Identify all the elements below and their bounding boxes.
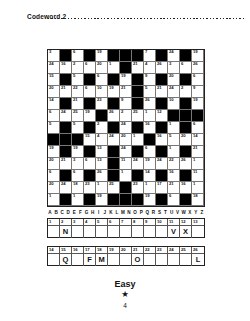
decoder-column: 14 [48, 247, 60, 266]
cell-clue-number: 24 [169, 50, 174, 54]
grid-cell[interactable]: 26 [108, 110, 120, 122]
cell-clue-number: 5 [49, 122, 51, 126]
black-cell [144, 134, 156, 146]
decoder-letter-cell[interactable] [156, 226, 167, 238]
decoder-letter-cell[interactable]: M [96, 254, 107, 266]
black-cell [120, 62, 132, 74]
grid-cell[interactable]: 24 [60, 182, 72, 194]
decoder-number: 21 [132, 247, 143, 254]
cell-clue-number: 5 [73, 122, 75, 126]
black-cell [108, 50, 120, 62]
cell-clue-number: 1 [97, 182, 99, 186]
black-cell [108, 122, 120, 134]
cell-clue-number: 14 [49, 98, 54, 102]
grid-cell[interactable]: 2 [96, 122, 108, 134]
decoder-letter-cell[interactable] [132, 226, 143, 238]
black-cell [156, 146, 168, 158]
cell-clue-number: 22 [73, 86, 78, 90]
grid-cell[interactable]: 19 [96, 50, 108, 62]
cell-clue-number: 23 [85, 182, 90, 186]
black-cell [132, 194, 144, 206]
grid-cell[interactable]: 14 [192, 134, 204, 146]
grid-cell[interactable]: 6 [192, 74, 204, 86]
grid-cell[interactable]: 24 [156, 158, 168, 170]
cell-clue-number: 24 [61, 182, 66, 186]
cell-clue-number: 20 [97, 62, 102, 66]
decoder-letter-cell[interactable] [144, 226, 155, 238]
cell-clue-number: 25 [109, 182, 114, 186]
cell-clue-number: 17 [157, 182, 162, 186]
decoder-number: 18 [96, 247, 107, 254]
grid-cell[interactable]: 9 [192, 86, 204, 98]
grid-cell[interactable]: 26 [180, 158, 192, 170]
decoder-column: 3 [72, 219, 84, 238]
grid-cell[interactable]: 1 [144, 182, 156, 194]
decoder-number: 2 [60, 219, 71, 226]
grid-cell[interactable]: 15 [48, 74, 60, 86]
grid-cell[interactable]: 19 [96, 194, 108, 206]
grid-cell[interactable]: 5 [48, 122, 60, 134]
decoder-letter-cell[interactable] [120, 226, 131, 238]
grid-cell[interactable]: 6 [192, 122, 204, 134]
black-cell [60, 134, 72, 146]
decoder-number: 6 [108, 219, 119, 226]
grid-cell[interactable]: 1 [168, 146, 180, 158]
cell-clue-number: 21 [157, 86, 162, 90]
black-cell [180, 194, 192, 206]
grid-cell[interactable]: 6 [84, 86, 96, 98]
cell-clue-number: 7 [145, 50, 147, 54]
cell-clue-number: 11 [193, 170, 197, 174]
cell-clue-number: 3 [73, 158, 75, 162]
grid-cell[interactable]: 25 [72, 110, 84, 122]
black-cell [132, 122, 144, 134]
grid-cell[interactable]: 21 [120, 86, 132, 98]
grid-cell[interactable]: 19 [120, 74, 132, 86]
grid-cell[interactable]: 24 [168, 50, 180, 62]
decoder-number: 14 [48, 247, 59, 254]
cell-clue-number: 21 [193, 146, 198, 150]
decoder-column: 4 [84, 219, 96, 238]
grid-cell[interactable]: 12 [156, 110, 168, 122]
cell-clue-number: 19 [85, 110, 90, 114]
grid-cell[interactable]: 23 [96, 98, 108, 110]
decoder-column: 25 [180, 247, 192, 266]
grid-cell[interactable]: 4 [144, 62, 156, 74]
black-cell [60, 74, 72, 86]
decoder-column: 9 [144, 219, 156, 238]
grid-cell[interactable]: 18 [192, 194, 204, 206]
decoder-column: 26L [192, 247, 204, 266]
cell-clue-number: 24 [133, 158, 138, 162]
decoder-letter-cell[interactable]: X [180, 226, 191, 238]
grid-cell[interactable]: 1 [192, 158, 204, 170]
grid-cell[interactable]: 13 [96, 158, 108, 170]
dotted-divider [48, 18, 246, 20]
decoder-letter-cell[interactable] [96, 226, 107, 238]
puzzle-page: Codeword 2 36197241924162620121426362615… [0, 0, 250, 321]
grid-cell[interactable]: 15 [84, 134, 96, 146]
grid-cell[interactable]: 26 [156, 62, 168, 74]
difficulty-star-icon: ★ [0, 289, 250, 299]
grid-cell[interactable]: 22 [72, 86, 84, 98]
grid-cell[interactable]: 6 [180, 62, 192, 74]
cell-clue-number: 3 [49, 50, 51, 54]
grid-cell[interactable]: 2 [180, 86, 192, 98]
grid-cell[interactable]: 6 [84, 62, 96, 74]
cell-clue-number: 1 [193, 158, 195, 162]
cell-clue-number: 6 [193, 122, 195, 126]
grid-cell[interactable]: 9 [120, 98, 132, 110]
cell-clue-number: 26 [193, 62, 198, 66]
grid-cell[interactable]: 1 [48, 194, 60, 206]
cell-clue-number: 24 [157, 158, 162, 162]
black-cell [132, 170, 144, 182]
decoder-letter-cell[interactable] [108, 254, 119, 266]
grid-cell[interactable]: 25 [108, 182, 120, 194]
grid-cell[interactable]: 20 [96, 62, 108, 74]
grid-cell[interactable]: 20 [48, 158, 60, 170]
black-cell [60, 98, 72, 110]
decoder-letter-cell[interactable]: V [168, 226, 179, 238]
codeword-grid: 3619724192416262012142636261556199206202… [47, 49, 205, 207]
grid-cell[interactable]: 1 [132, 134, 144, 146]
grid-cell[interactable]: 4 [96, 134, 108, 146]
cell-clue-number: 10 [169, 98, 174, 102]
decoder-column: 10 [156, 219, 168, 238]
decoder-letter-cell[interactable] [48, 254, 59, 266]
grid-cell[interactable]: 16 [60, 62, 72, 74]
decoder-number: 3 [72, 219, 83, 226]
cell-clue-number: 13 [97, 158, 102, 162]
cell-clue-number: 20 [181, 134, 186, 138]
cell-clue-number: 19 [121, 74, 126, 78]
decoder-letter-cell[interactable] [108, 226, 119, 238]
black-cell [96, 110, 108, 122]
decoder-number: 12 [180, 219, 191, 226]
decoder-letter-cell[interactable] [180, 254, 191, 266]
cell-clue-number: 24 [61, 110, 66, 114]
cell-clue-number: 19 [109, 86, 114, 90]
cell-clue-number: 1 [145, 110, 147, 114]
grid-cell[interactable]: 19 [48, 146, 60, 158]
cell-clue-number: 16 [61, 62, 66, 66]
black-cell [120, 194, 132, 206]
cell-clue-number: 19 [97, 194, 102, 198]
black-cell [84, 146, 96, 158]
decoder-number: 11 [168, 219, 179, 226]
cell-clue-number: 24 [49, 62, 54, 66]
cell-clue-number: 19 [97, 50, 102, 54]
cell-clue-number: 26 [109, 110, 114, 114]
grid-cell[interactable]: 24 [168, 86, 180, 98]
grid-cell[interactable]: 2 [120, 110, 132, 122]
grid-cell[interactable]: 21 [60, 86, 72, 98]
grid-cell[interactable]: 6 [96, 74, 108, 86]
black-cell [60, 146, 72, 158]
grid-cell[interactable]: 14 [144, 170, 156, 182]
grid-cell[interactable]: 1 [96, 182, 108, 194]
cell-clue-number: 20 [49, 158, 54, 162]
cell-clue-number: 19 [145, 158, 150, 162]
grid-cell[interactable]: 1 [120, 170, 132, 182]
decoder-letter-cell[interactable] [48, 226, 59, 238]
cell-clue-number: 21 [73, 98, 78, 102]
grid-cell[interactable]: 24 [48, 62, 60, 74]
decoder-number: 10 [156, 219, 167, 226]
cell-clue-number: 1 [145, 182, 147, 186]
grid-cell[interactable]: 23 [84, 182, 96, 194]
grid-cell[interactable]: 6 [84, 158, 96, 170]
decoder-letter-cell[interactable] [168, 254, 179, 266]
black-cell [48, 134, 60, 146]
cell-clue-number: 2 [73, 62, 75, 66]
black-cell [84, 98, 96, 110]
grid-cell[interactable]: 1 [108, 62, 120, 74]
cell-clue-number: 19 [193, 98, 198, 102]
grid-cell[interactable]: 1 [192, 182, 204, 194]
black-cell [132, 98, 144, 110]
grid-cell[interactable]: 16 [168, 170, 180, 182]
grid-cell[interactable]: 11 [192, 170, 204, 182]
grid-cell[interactable]: 19 [144, 194, 156, 206]
grid-cell[interactable]: 26 [192, 62, 204, 74]
grid-cell[interactable]: 6 [48, 170, 60, 182]
cell-clue-number: 13 [97, 146, 102, 150]
decoder-number: 24 [168, 247, 179, 254]
grid-cell[interactable]: 14 [48, 98, 60, 110]
black-cell [156, 98, 168, 110]
grid-cell[interactable]: 21 [168, 182, 180, 194]
alphabet-row: ABCDEFGHIJKLMNOPQRSTUVWXYZ [47, 209, 205, 217]
grid-cell[interactable]: 26 [96, 170, 108, 182]
cell-clue-number: 18 [193, 194, 198, 198]
grid-cell[interactable]: 2 [72, 62, 84, 74]
grid-cell[interactable]: 5 [72, 122, 84, 134]
decoder-letter-cell[interactable] [120, 254, 131, 266]
grid-cell[interactable]: 20 [180, 134, 192, 146]
grid-cell[interactable]: 6 [72, 170, 84, 182]
cell-clue-number: 3 [169, 62, 171, 66]
decoder-column: 6 [108, 219, 120, 238]
grid-cell[interactable]: 19 [192, 50, 204, 62]
grid-cell[interactable]: 21 [72, 98, 84, 110]
black-cell [108, 146, 120, 158]
decoder-letter-cell[interactable] [156, 254, 167, 266]
decoder-number: 8 [132, 219, 143, 226]
decoder-column: 24 [168, 247, 180, 266]
grid-cell[interactable]: 1 [168, 122, 180, 134]
decoder-letter-cell[interactable] [144, 254, 155, 266]
decoder-letter-cell[interactable] [192, 226, 204, 238]
black-cell [156, 170, 168, 182]
grid-cell[interactable]: 10 [96, 86, 108, 98]
grid-cell[interactable]: 24 [108, 134, 120, 146]
alphabet-letter: Z [199, 209, 205, 217]
grid-cell[interactable]: 21 [156, 86, 168, 98]
cell-clue-number: 2 [97, 122, 99, 126]
black-cell [156, 50, 168, 62]
decoder-number: 20 [120, 247, 131, 254]
cell-clue-number: 2 [121, 110, 123, 114]
decoder-column: 19 [108, 247, 120, 266]
cell-clue-number: 19 [49, 146, 54, 150]
cell-clue-number: 1 [109, 62, 111, 66]
cell-clue-number: 24 [121, 146, 126, 150]
grid-cell[interactable]: 21 [60, 158, 72, 170]
cell-clue-number: 6 [73, 170, 75, 174]
black-cell [132, 50, 144, 62]
grid-cell[interactable]: 18 [72, 182, 84, 194]
decoder-number: 19 [108, 247, 119, 254]
decoder-letter-cell[interactable]: O [132, 254, 143, 266]
decoder-number: 16 [72, 247, 83, 254]
decoder-letter-cell[interactable]: F [84, 254, 95, 266]
grid-cell[interactable]: 5 [168, 134, 180, 146]
cell-clue-number: 1 [73, 194, 75, 198]
grid-cell[interactable]: 19 [192, 98, 204, 110]
grid-cell[interactable]: 1 [72, 194, 84, 206]
grid-cell[interactable]: 16 [180, 182, 192, 194]
cell-clue-number: 22 [169, 158, 174, 162]
grid-cell[interactable]: 24 [120, 146, 132, 158]
decoder-letter-cell[interactable]: L [192, 254, 204, 266]
decoder-column: 12X [180, 219, 192, 238]
black-cell [156, 194, 168, 206]
cell-clue-number: 19 [193, 50, 198, 54]
cell-clue-number: 2 [181, 86, 183, 90]
grid-cell[interactable]: 20 [48, 86, 60, 98]
black-cell [180, 98, 192, 110]
grid-cell[interactable]: 11 [120, 158, 132, 170]
cell-clue-number: 6 [97, 74, 99, 78]
grid-cell[interactable]: 3 [168, 62, 180, 74]
black-cell [180, 146, 192, 158]
black-cell [132, 86, 144, 98]
page-number: 4 [0, 302, 250, 309]
black-cell [108, 158, 120, 170]
cell-clue-number: 1 [169, 146, 171, 150]
black-cell [180, 170, 192, 182]
decoder-number: 15 [60, 247, 71, 254]
black-cell [108, 170, 120, 182]
black-cell [84, 122, 96, 134]
grid-cell[interactable]: 9 [144, 74, 156, 86]
black-cell [72, 134, 84, 146]
grid-cell[interactable]: 7 [144, 50, 156, 62]
cell-clue-number: 23 [133, 182, 138, 186]
grid-cell[interactable]: 26 [144, 98, 156, 110]
cell-clue-number: 18 [73, 182, 78, 186]
grid-cell[interactable]: 19 [108, 86, 120, 98]
grid-cell[interactable]: 19 [72, 146, 84, 158]
grid-cell[interactable]: 3 [72, 158, 84, 170]
cell-clue-number: 21 [61, 86, 66, 90]
decoder-column: 5 [96, 219, 108, 238]
grid-cell[interactable]: 21 [192, 146, 204, 158]
black-cell [108, 194, 120, 206]
grid-cell[interactable]: 13 [96, 146, 108, 158]
decoder-column: 22 [144, 247, 156, 266]
black-cell [156, 74, 168, 86]
cell-clue-number: 19 [73, 146, 78, 150]
grid-cell[interactable]: 5 [144, 86, 156, 98]
grid-cell[interactable]: 6 [144, 146, 156, 158]
grid-cell[interactable]: 6 [48, 110, 60, 122]
cell-clue-number: 5 [145, 86, 147, 90]
grid-cell[interactable]: 6 [168, 194, 180, 206]
cell-clue-number: 20 [49, 182, 54, 186]
grid-cell[interactable]: 16 [144, 122, 156, 134]
decoder-letter-cell[interactable] [72, 254, 83, 266]
cell-clue-number: 16 [157, 134, 162, 138]
grid-cell[interactable]: 21 [132, 62, 144, 74]
black-cell [108, 98, 120, 110]
cell-clue-number: 6 [49, 170, 51, 174]
grid-cell[interactable]: 24 [132, 158, 144, 170]
cell-clue-number: 25 [133, 110, 138, 114]
cell-clue-number: 9 [145, 74, 147, 78]
cell-clue-number: 5 [169, 134, 171, 138]
grid-cell[interactable]: 20 [168, 74, 180, 86]
grid-cell[interactable]: 10 [168, 98, 180, 110]
grid-cell[interactable]: 5 [72, 74, 84, 86]
grid-cell[interactable]: 24 [120, 122, 132, 134]
cell-clue-number: 16 [145, 122, 150, 126]
cell-clue-number: 9 [121, 98, 123, 102]
grid-cell[interactable]: 25 [132, 110, 144, 122]
black-cell [120, 50, 132, 62]
decoder-column: 8 [132, 219, 144, 238]
decoder-row-14-26: 1415Q1617F18M192021O2223242526L [47, 246, 205, 266]
decoder-letter-cell[interactable]: Q [60, 254, 71, 266]
decoder-number: 5 [96, 219, 107, 226]
black-cell [180, 122, 192, 134]
grid-cell[interactable]: 6 [72, 50, 84, 62]
grid-cell[interactable]: 1 [144, 110, 156, 122]
cell-clue-number: 12 [157, 110, 162, 114]
decoder-number: 4 [84, 219, 95, 226]
decoder-column: 17F [84, 247, 96, 266]
grid-cell[interactable]: 17 [156, 182, 168, 194]
cell-clue-number: 24 [121, 122, 126, 126]
grid-cell[interactable]: 24 [60, 110, 72, 122]
decoder-number: 23 [156, 247, 167, 254]
cell-clue-number: 6 [85, 86, 87, 90]
grid-cell[interactable]: 3 [48, 50, 60, 62]
cell-clue-number: 6 [85, 158, 87, 162]
cell-clue-number: 4 [97, 134, 99, 138]
grid-cell[interactable]: 16 [156, 134, 168, 146]
black-cell [84, 74, 96, 86]
cell-clue-number: 15 [85, 134, 90, 138]
black-cell [120, 182, 132, 194]
decoder-column: 23 [156, 247, 168, 266]
cell-clue-number: 25 [73, 110, 78, 114]
cell-clue-number: 21 [61, 158, 66, 162]
decoder-letter-cell[interactable] [72, 226, 83, 238]
decoder-letter-cell[interactable]: N [60, 226, 71, 238]
difficulty-label: Easy [0, 279, 250, 289]
grid-cell[interactable]: 22 [168, 158, 180, 170]
grid-cell[interactable]: 23 [132, 182, 144, 194]
grid-cell[interactable]: 20 [48, 182, 60, 194]
grid-cell[interactable]: 19 [84, 110, 96, 122]
decoder-column: 2N [60, 219, 72, 238]
decoder-letter-cell[interactable] [84, 226, 95, 238]
grid-cell[interactable]: 20 [120, 134, 132, 146]
grid-cell[interactable]: 19 [144, 158, 156, 170]
